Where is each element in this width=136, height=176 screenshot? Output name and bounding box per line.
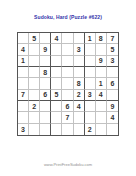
cell-r4c1[interactable]: [18, 67, 29, 78]
cell-r5c2[interactable]: [29, 78, 40, 89]
cell-r4c9[interactable]: [107, 67, 118, 78]
cell-r4c2[interactable]: [29, 67, 40, 78]
cell-r6c8[interactable]: 4: [96, 90, 107, 101]
cell-r2c6[interactable]: 3: [74, 44, 85, 55]
cell-r8c1[interactable]: [18, 112, 29, 123]
cell-r7c3[interactable]: [40, 101, 51, 112]
cell-r9c5[interactable]: [62, 124, 73, 135]
cell-r4c6[interactable]: [74, 67, 85, 78]
cell-r8c2[interactable]: [29, 112, 40, 123]
cell-r6c1[interactable]: 7: [18, 90, 29, 101]
cell-r7c1[interactable]: [18, 101, 29, 112]
cell-r5c7[interactable]: [85, 78, 96, 89]
cell-r3c7[interactable]: [85, 56, 96, 67]
sudoku-board: 541874935193881676523426497432: [17, 32, 119, 136]
cell-r7c7[interactable]: [85, 101, 96, 112]
cell-r1c9[interactable]: 7: [107, 33, 118, 44]
cell-r8c7[interactable]: [85, 112, 96, 123]
cell-r8c8[interactable]: [96, 112, 107, 123]
cell-r5c5[interactable]: [62, 78, 73, 89]
cell-r3c3[interactable]: [40, 56, 51, 67]
cell-r1c4[interactable]: 4: [51, 33, 62, 44]
cell-r5c4[interactable]: [51, 78, 62, 89]
cell-r9c4[interactable]: [51, 124, 62, 135]
cell-r1c1[interactable]: [18, 33, 29, 44]
cell-r4c7[interactable]: [85, 67, 96, 78]
page-title: Sudoku, Hard (Puzzle #622): [0, 14, 136, 20]
cell-r7c6[interactable]: 4: [74, 101, 85, 112]
cell-r6c4[interactable]: 5: [51, 90, 62, 101]
cell-r5c1[interactable]: [18, 78, 29, 89]
cell-r9c9[interactable]: [107, 124, 118, 135]
cell-r7c4[interactable]: [51, 101, 62, 112]
cell-r2c1[interactable]: 4: [18, 44, 29, 55]
cell-r9c2[interactable]: [29, 124, 40, 135]
cell-r1c3[interactable]: [40, 33, 51, 44]
cell-r2c7[interactable]: [85, 44, 96, 55]
cell-r9c8[interactable]: [96, 124, 107, 135]
cell-r8c3[interactable]: [40, 112, 51, 123]
cell-r7c8[interactable]: [96, 101, 107, 112]
cell-r8c9[interactable]: 4: [107, 112, 118, 123]
cell-r5c9[interactable]: 6: [107, 78, 118, 89]
cell-r6c2[interactable]: [29, 90, 40, 101]
cell-r1c5[interactable]: [62, 33, 73, 44]
cell-r6c6[interactable]: 2: [74, 90, 85, 101]
cell-r2c9[interactable]: 5: [107, 44, 118, 55]
cell-r9c6[interactable]: [74, 124, 85, 135]
cell-r3c6[interactable]: [74, 56, 85, 67]
cell-r6c7[interactable]: 3: [85, 90, 96, 101]
cell-r2c8[interactable]: [96, 44, 107, 55]
cell-r4c4[interactable]: [51, 67, 62, 78]
cell-r5c8[interactable]: 1: [96, 78, 107, 89]
cell-r4c5[interactable]: [62, 67, 73, 78]
cell-r3c9[interactable]: 3: [107, 56, 118, 67]
cell-r3c1[interactable]: 1: [18, 56, 29, 67]
cell-r7c2[interactable]: 2: [29, 101, 40, 112]
cell-r4c3[interactable]: 8: [40, 67, 51, 78]
cell-r6c9[interactable]: [107, 90, 118, 101]
cell-r5c6[interactable]: 8: [74, 78, 85, 89]
cell-r9c1[interactable]: 3: [18, 124, 29, 135]
cell-r2c3[interactable]: 9: [40, 44, 51, 55]
cell-r9c3[interactable]: [40, 124, 51, 135]
cell-r8c4[interactable]: [51, 112, 62, 123]
cell-r3c5[interactable]: [62, 56, 73, 67]
cell-r1c6[interactable]: [74, 33, 85, 44]
cell-r4c8[interactable]: [96, 67, 107, 78]
cell-r2c5[interactable]: [62, 44, 73, 55]
cell-r1c7[interactable]: 1: [85, 33, 96, 44]
cell-r2c2[interactable]: [29, 44, 40, 55]
cell-r7c9[interactable]: 9: [107, 101, 118, 112]
cell-r3c4[interactable]: [51, 56, 62, 67]
cell-r1c2[interactable]: 5: [29, 33, 40, 44]
cell-r2c4[interactable]: [51, 44, 62, 55]
cell-r3c2[interactable]: [29, 56, 40, 67]
cell-r8c6[interactable]: [74, 112, 85, 123]
cell-r6c5[interactable]: [62, 90, 73, 101]
cell-r1c8[interactable]: 8: [96, 33, 107, 44]
cell-r6c3[interactable]: 6: [40, 90, 51, 101]
cell-r5c3[interactable]: [40, 78, 51, 89]
cell-r9c7[interactable]: 2: [85, 124, 96, 135]
cell-r3c8[interactable]: 9: [96, 56, 107, 67]
sudoku-page: Sudoku, Hard (Puzzle #622) 5418749351938…: [0, 0, 136, 176]
footer-url: www.PrintFreeSudoku.com: [0, 162, 136, 167]
cell-r7c5[interactable]: 6: [62, 101, 73, 112]
cell-r8c5[interactable]: 7: [62, 112, 73, 123]
